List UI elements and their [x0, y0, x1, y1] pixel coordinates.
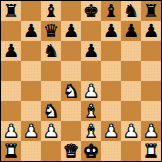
square-c1[interactable] — [41, 141, 61, 161]
square-a8[interactable]: ♜ — [1, 1, 21, 21]
piece-white-king[interactable]: ♚ — [83, 141, 99, 161]
piece-white-rook[interactable]: ♜ — [143, 141, 159, 161]
piece-black-king[interactable]: ♚ — [83, 1, 99, 21]
piece-black-bishop[interactable]: ♝ — [43, 1, 59, 21]
piece-black-knight[interactable]: ♞ — [123, 1, 139, 21]
square-c7[interactable]: ♛ — [41, 21, 61, 41]
piece-black-pawn[interactable]: ♟ — [3, 41, 19, 61]
square-d4[interactable]: ♞ — [61, 81, 81, 101]
piece-white-pawn[interactable]: ♟ — [23, 121, 39, 141]
square-c2[interactable]: ♟ — [41, 121, 61, 141]
square-b3[interactable] — [21, 101, 41, 121]
piece-black-pawn[interactable]: ♟ — [123, 21, 139, 41]
square-f8[interactable]: ♝ — [101, 1, 121, 21]
piece-black-rook[interactable]: ♜ — [3, 1, 19, 21]
square-h4[interactable] — [141, 81, 161, 101]
piece-black-pawn[interactable]: ♟ — [63, 21, 79, 41]
piece-white-knight[interactable]: ♞ — [43, 101, 59, 121]
square-a6[interactable]: ♟ — [1, 41, 21, 61]
piece-white-pawn[interactable]: ♟ — [43, 121, 59, 141]
square-b6[interactable] — [21, 41, 41, 61]
square-g5[interactable] — [121, 61, 141, 81]
piece-black-rook[interactable]: ♜ — [143, 1, 159, 21]
square-g4[interactable] — [121, 81, 141, 101]
square-e4[interactable]: ♟ — [81, 81, 101, 101]
piece-white-pawn[interactable]: ♟ — [3, 121, 19, 141]
piece-white-bishop[interactable]: ♝ — [83, 101, 99, 121]
square-f7[interactable]: ♟ — [101, 21, 121, 41]
square-a4[interactable] — [1, 81, 21, 101]
piece-white-knight[interactable]: ♞ — [63, 81, 79, 101]
square-g6[interactable] — [121, 41, 141, 61]
square-e2[interactable]: ♝ — [81, 121, 101, 141]
square-h5[interactable] — [141, 61, 161, 81]
square-c5[interactable] — [41, 61, 61, 81]
square-a2[interactable]: ♟ — [1, 121, 21, 141]
piece-black-pawn[interactable]: ♟ — [103, 21, 119, 41]
square-d5[interactable] — [61, 61, 81, 81]
square-h2[interactable]: ♟ — [141, 121, 161, 141]
square-b8[interactable] — [21, 1, 41, 21]
piece-black-bishop[interactable]: ♝ — [103, 1, 119, 21]
square-a3[interactable] — [1, 101, 21, 121]
square-c3[interactable]: ♞ — [41, 101, 61, 121]
square-g8[interactable]: ♞ — [121, 1, 141, 21]
square-h6[interactable] — [141, 41, 161, 61]
piece-black-pawn[interactable]: ♟ — [83, 41, 99, 61]
square-a7[interactable] — [1, 21, 21, 41]
square-d2[interactable] — [61, 121, 81, 141]
square-f6[interactable] — [101, 41, 121, 61]
square-b4[interactable] — [21, 81, 41, 101]
square-f3[interactable] — [101, 101, 121, 121]
piece-black-pawn[interactable]: ♟ — [143, 21, 159, 41]
square-a5[interactable] — [1, 61, 21, 81]
square-e3[interactable]: ♝ — [81, 101, 101, 121]
square-d3[interactable] — [61, 101, 81, 121]
square-c6[interactable]: ♞ — [41, 41, 61, 61]
square-f4[interactable] — [101, 81, 121, 101]
square-b2[interactable]: ♟ — [21, 121, 41, 141]
square-e8[interactable]: ♚ — [81, 1, 101, 21]
piece-white-pawn[interactable]: ♟ — [123, 121, 139, 141]
square-h8[interactable]: ♜ — [141, 1, 161, 21]
piece-black-knight[interactable]: ♞ — [43, 41, 59, 61]
square-e1[interactable]: ♚ — [81, 141, 101, 161]
square-h7[interactable]: ♟ — [141, 21, 161, 41]
square-f1[interactable] — [101, 141, 121, 161]
square-h1[interactable]: ♜ — [141, 141, 161, 161]
square-a1[interactable]: ♜ — [1, 141, 21, 161]
piece-white-queen[interactable]: ♛ — [63, 141, 79, 161]
square-b7[interactable]: ♟ — [21, 21, 41, 41]
chess-board: ♜♝♚♝♞♜♟♛♟♟♟♟♟♞♟♞♟♞♝♟♟♟♝♟♟♟♜♛♚♜ — [0, 0, 162, 162]
square-e7[interactable] — [81, 21, 101, 41]
piece-white-pawn[interactable]: ♟ — [103, 121, 119, 141]
piece-white-rook[interactable]: ♜ — [3, 141, 19, 161]
square-g7[interactable]: ♟ — [121, 21, 141, 41]
square-d1[interactable]: ♛ — [61, 141, 81, 161]
square-f5[interactable] — [101, 61, 121, 81]
square-g2[interactable]: ♟ — [121, 121, 141, 141]
square-g1[interactable] — [121, 141, 141, 161]
square-b5[interactable] — [21, 61, 41, 81]
square-e6[interactable]: ♟ — [81, 41, 101, 61]
piece-black-pawn[interactable]: ♟ — [23, 21, 39, 41]
square-d8[interactable] — [61, 1, 81, 21]
square-h3[interactable] — [141, 101, 161, 121]
square-d7[interactable]: ♟ — [61, 21, 81, 41]
piece-black-queen[interactable]: ♛ — [43, 21, 59, 41]
square-b1[interactable] — [21, 141, 41, 161]
square-g3[interactable] — [121, 101, 141, 121]
square-d6[interactable] — [61, 41, 81, 61]
square-c4[interactable] — [41, 81, 61, 101]
square-c8[interactable]: ♝ — [41, 1, 61, 21]
piece-white-bishop[interactable]: ♝ — [83, 121, 99, 141]
square-e5[interactable] — [81, 61, 101, 81]
square-f2[interactable]: ♟ — [101, 121, 121, 141]
piece-white-pawn[interactable]: ♟ — [143, 121, 159, 141]
piece-white-pawn[interactable]: ♟ — [83, 81, 99, 101]
